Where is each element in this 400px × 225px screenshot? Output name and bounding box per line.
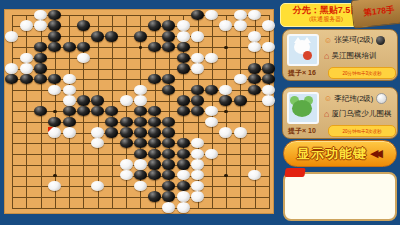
- intersection-14-7[interactable]: [205, 84, 219, 95]
- intersection-7-18[interactable]: [105, 202, 119, 213]
- intersection-11-0[interactable]: [162, 10, 176, 21]
- intersection-0-14[interactable]: [5, 159, 19, 170]
- intersection-18-4[interactable]: [262, 52, 276, 63]
- intersection-16-0[interactable]: [233, 10, 247, 21]
- intersection-1-14[interactable]: [19, 159, 33, 170]
- intersection-2-10[interactable]: [33, 117, 47, 128]
- intersection-2-14[interactable]: [33, 159, 47, 170]
- intersection-17-14[interactable]: [247, 159, 261, 170]
- intersection-16-4[interactable]: [233, 52, 247, 63]
- intersection-2-15[interactable]: [33, 170, 47, 181]
- intersection-11-5[interactable]: [162, 63, 176, 74]
- intersection-17-17[interactable]: [247, 191, 261, 202]
- intersection-13-5[interactable]: [190, 63, 204, 74]
- intersection-13-11[interactable]: [190, 127, 204, 138]
- intersection-18-13[interactable]: [262, 149, 276, 160]
- intersection-5-10[interactable]: [76, 117, 90, 128]
- intersection-9-0[interactable]: [133, 10, 147, 21]
- intersection-6-14[interactable]: [90, 159, 104, 170]
- intersection-18-11[interactable]: [262, 127, 276, 138]
- intersection-11-6[interactable]: [162, 74, 176, 85]
- intersection-11-4[interactable]: [162, 52, 176, 63]
- intersection-1-5[interactable]: [19, 63, 33, 74]
- intersection-5-18[interactable]: [76, 202, 90, 213]
- intersection-14-13[interactable]: [205, 149, 219, 160]
- intersection-10-8[interactable]: [148, 95, 162, 106]
- intersection-17-16[interactable]: [247, 181, 261, 192]
- intersection-8-7[interactable]: [119, 84, 133, 95]
- intersection-0-0[interactable]: [5, 10, 19, 21]
- intersection-6-2[interactable]: [90, 31, 104, 42]
- intersection-8-5[interactable]: [119, 63, 133, 74]
- intersection-12-10[interactable]: [176, 117, 190, 128]
- intersection-1-12[interactable]: [19, 138, 33, 149]
- intersection-9-15[interactable]: [133, 170, 147, 181]
- intersection-9-17[interactable]: [133, 191, 147, 202]
- intersection-5-14[interactable]: [76, 159, 90, 170]
- intersection-14-2[interactable]: [205, 31, 219, 42]
- intersection-1-2[interactable]: [19, 31, 33, 42]
- intersection-3-8[interactable]: [48, 95, 62, 106]
- intersection-10-10[interactable]: [148, 117, 162, 128]
- intersection-5-2[interactable]: [76, 31, 90, 42]
- intersection-3-9[interactable]: [48, 106, 62, 117]
- intersection-8-10[interactable]: [119, 117, 133, 128]
- intersection-11-7[interactable]: [162, 84, 176, 95]
- intersection-7-4[interactable]: [105, 52, 119, 63]
- intersection-0-9[interactable]: [5, 106, 19, 117]
- intersection-4-8[interactable]: [62, 95, 76, 106]
- intersection-17-10[interactable]: [247, 117, 261, 128]
- intersection-14-10[interactable]: [205, 117, 219, 128]
- intersection-16-14[interactable]: [233, 159, 247, 170]
- intersection-1-0[interactable]: [19, 10, 33, 21]
- intersection-17-15[interactable]: [247, 170, 261, 181]
- intersection-17-6[interactable]: [247, 74, 261, 85]
- intersection-6-3[interactable]: [90, 42, 104, 53]
- intersection-13-13[interactable]: [190, 149, 204, 160]
- intersection-10-5[interactable]: [148, 63, 162, 74]
- intersection-7-2[interactable]: [105, 31, 119, 42]
- intersection-18-12[interactable]: [262, 138, 276, 149]
- intersection-4-15[interactable]: [62, 170, 76, 181]
- intersection-2-4[interactable]: [33, 52, 47, 63]
- intersection-3-0[interactable]: [48, 10, 62, 21]
- intersection-11-17[interactable]: [162, 191, 176, 202]
- intersection-12-3[interactable]: [176, 42, 190, 53]
- intersection-17-7[interactable]: [247, 84, 261, 95]
- intersection-3-6[interactable]: [48, 74, 62, 85]
- intersection-9-10[interactable]: [133, 117, 147, 128]
- intersection-4-17[interactable]: [62, 191, 76, 202]
- intersection-15-14[interactable]: [219, 159, 233, 170]
- intersection-18-14[interactable]: [262, 159, 276, 170]
- intersection-8-14[interactable]: [119, 159, 133, 170]
- intersection-12-15[interactable]: [176, 170, 190, 181]
- intersection-18-0[interactable]: [262, 10, 276, 21]
- intersection-0-3[interactable]: [5, 42, 19, 53]
- intersection-4-10[interactable]: [62, 117, 76, 128]
- intersection-11-14[interactable]: [162, 159, 176, 170]
- intersection-3-17[interactable]: [48, 191, 62, 202]
- show-function-keys-button[interactable]: 显示功能键 ◀◀: [283, 140, 397, 167]
- intersection-14-17[interactable]: [205, 191, 219, 202]
- intersection-1-11[interactable]: [19, 127, 33, 138]
- intersection-4-3[interactable]: [62, 42, 76, 53]
- intersection-10-17[interactable]: [148, 191, 162, 202]
- intersection-3-3[interactable]: [48, 42, 62, 53]
- intersection-15-0[interactable]: [219, 10, 233, 21]
- intersection-13-16[interactable]: [190, 181, 204, 192]
- intersection-15-2[interactable]: [219, 31, 233, 42]
- intersection-13-8[interactable]: [190, 95, 204, 106]
- intersection-9-18[interactable]: [133, 202, 147, 213]
- intersection-16-5[interactable]: [233, 63, 247, 74]
- intersection-9-13[interactable]: [133, 149, 147, 160]
- intersection-1-8[interactable]: [19, 95, 33, 106]
- intersection-8-16[interactable]: [119, 181, 133, 192]
- intersection-9-1[interactable]: [133, 20, 147, 31]
- intersection-17-4[interactable]: [247, 52, 261, 63]
- intersection-11-13[interactable]: [162, 149, 176, 160]
- intersection-4-1[interactable]: [62, 20, 76, 31]
- intersection-1-6[interactable]: [19, 74, 33, 85]
- intersection-14-8[interactable]: [205, 95, 219, 106]
- intersection-16-15[interactable]: [233, 170, 247, 181]
- intersection-12-18[interactable]: [176, 202, 190, 213]
- intersection-15-8[interactable]: [219, 95, 233, 106]
- intersection-0-7[interactable]: [5, 84, 19, 95]
- intersection-2-13[interactable]: [33, 149, 47, 160]
- intersection-18-15[interactable]: [262, 170, 276, 181]
- intersection-7-8[interactable]: [105, 95, 119, 106]
- intersection-18-17[interactable]: [262, 191, 276, 202]
- intersection-5-8[interactable]: [76, 95, 90, 106]
- intersection-11-15[interactable]: [162, 170, 176, 181]
- intersection-2-18[interactable]: [33, 202, 47, 213]
- intersection-2-0[interactable]: [33, 10, 47, 21]
- intersection-17-1[interactable]: [247, 20, 261, 31]
- intersection-0-16[interactable]: [5, 181, 19, 192]
- intersection-10-14[interactable]: [148, 159, 162, 170]
- intersection-10-11[interactable]: [148, 127, 162, 138]
- intersection-7-12[interactable]: [105, 138, 119, 149]
- intersection-5-13[interactable]: [76, 149, 90, 160]
- intersection-12-13[interactable]: [176, 149, 190, 160]
- intersection-6-1[interactable]: [90, 20, 104, 31]
- intersection-0-18[interactable]: [5, 202, 19, 213]
- intersection-6-5[interactable]: [90, 63, 104, 74]
- intersection-12-0[interactable]: [176, 10, 190, 21]
- intersection-6-8[interactable]: [90, 95, 104, 106]
- intersection-9-8[interactable]: [133, 95, 147, 106]
- intersection-18-16[interactable]: [262, 181, 276, 192]
- intersection-15-7[interactable]: [219, 84, 233, 95]
- intersection-2-9[interactable]: [33, 106, 47, 117]
- intersection-6-12[interactable]: [90, 138, 104, 149]
- intersection-2-8[interactable]: [33, 95, 47, 106]
- intersection-3-11[interactable]: [48, 127, 62, 138]
- intersection-12-17[interactable]: [176, 191, 190, 202]
- intersection-5-17[interactable]: [76, 191, 90, 202]
- intersection-4-13[interactable]: [62, 149, 76, 160]
- intersection-14-18[interactable]: [205, 202, 219, 213]
- intersection-18-18[interactable]: [262, 202, 276, 213]
- intersection-7-10[interactable]: [105, 117, 119, 128]
- intersection-4-11[interactable]: [62, 127, 76, 138]
- intersection-7-6[interactable]: [105, 74, 119, 85]
- intersection-10-1[interactable]: [148, 20, 162, 31]
- intersection-15-17[interactable]: [219, 191, 233, 202]
- intersection-18-5[interactable]: [262, 63, 276, 74]
- intersection-0-1[interactable]: [5, 20, 19, 31]
- intersection-18-2[interactable]: [262, 31, 276, 42]
- intersection-7-17[interactable]: [105, 191, 119, 202]
- intersection-16-6[interactable]: [233, 74, 247, 85]
- intersection-3-16[interactable]: [48, 181, 62, 192]
- intersection-14-16[interactable]: [205, 181, 219, 192]
- intersection-17-9[interactable]: [247, 106, 261, 117]
- intersection-3-15[interactable]: [48, 170, 62, 181]
- intersection-4-5[interactable]: [62, 63, 76, 74]
- intersection-1-16[interactable]: [19, 181, 33, 192]
- intersection-6-10[interactable]: [90, 117, 104, 128]
- intersection-14-5[interactable]: [205, 63, 219, 74]
- intersection-12-14[interactable]: [176, 159, 190, 170]
- intersection-2-7[interactable]: [33, 84, 47, 95]
- intersection-3-10[interactable]: [48, 117, 62, 128]
- intersection-10-9[interactable]: [148, 106, 162, 117]
- avatar-black-player[interactable]: [287, 34, 319, 66]
- intersection-15-12[interactable]: [219, 138, 233, 149]
- intersection-14-15[interactable]: [205, 170, 219, 181]
- intersection-12-4[interactable]: [176, 52, 190, 63]
- intersection-17-18[interactable]: [247, 202, 261, 213]
- intersection-0-4[interactable]: [5, 52, 19, 63]
- intersection-11-10[interactable]: [162, 117, 176, 128]
- intersection-16-18[interactable]: [233, 202, 247, 213]
- intersection-17-3[interactable]: [247, 42, 261, 53]
- intersection-15-1[interactable]: [219, 20, 233, 31]
- intersection-9-5[interactable]: [133, 63, 147, 74]
- intersection-5-16[interactable]: [76, 181, 90, 192]
- intersection-13-1[interactable]: [190, 20, 204, 31]
- intersection-12-7[interactable]: [176, 84, 190, 95]
- intersection-13-14[interactable]: [190, 159, 204, 170]
- intersection-7-5[interactable]: [105, 63, 119, 74]
- intersection-18-9[interactable]: [262, 106, 276, 117]
- intersection-13-4[interactable]: [190, 52, 204, 63]
- intersection-12-8[interactable]: [176, 95, 190, 106]
- intersection-0-15[interactable]: [5, 170, 19, 181]
- intersection-1-3[interactable]: [19, 42, 33, 53]
- intersection-10-12[interactable]: [148, 138, 162, 149]
- intersection-11-3[interactable]: [162, 42, 176, 53]
- intersection-18-8[interactable]: [262, 95, 276, 106]
- intersection-0-8[interactable]: [5, 95, 19, 106]
- intersection-1-9[interactable]: [19, 106, 33, 117]
- message-panel[interactable]: [283, 172, 397, 221]
- intersection-8-4[interactable]: [119, 52, 133, 63]
- intersection-6-18[interactable]: [90, 202, 104, 213]
- intersection-10-4[interactable]: [148, 52, 162, 63]
- intersection-2-5[interactable]: [33, 63, 47, 74]
- intersection-10-16[interactable]: [148, 181, 162, 192]
- intersection-16-9[interactable]: [233, 106, 247, 117]
- intersection-2-12[interactable]: [33, 138, 47, 149]
- intersection-11-16[interactable]: [162, 181, 176, 192]
- intersection-13-17[interactable]: [190, 191, 204, 202]
- intersection-18-1[interactable]: [262, 20, 276, 31]
- intersection-16-1[interactable]: [233, 20, 247, 31]
- intersection-1-17[interactable]: [19, 191, 33, 202]
- intersection-16-11[interactable]: [233, 127, 247, 138]
- intersection-15-16[interactable]: [219, 181, 233, 192]
- intersection-3-2[interactable]: [48, 31, 62, 42]
- intersection-0-5[interactable]: [5, 63, 19, 74]
- intersection-16-10[interactable]: [233, 117, 247, 128]
- intersection-13-18[interactable]: [190, 202, 204, 213]
- intersection-8-11[interactable]: [119, 127, 133, 138]
- intersection-15-15[interactable]: [219, 170, 233, 181]
- intersection-6-0[interactable]: [90, 10, 104, 21]
- intersection-1-7[interactable]: [19, 84, 33, 95]
- intersection-16-17[interactable]: [233, 191, 247, 202]
- intersection-6-7[interactable]: [90, 84, 104, 95]
- intersection-2-16[interactable]: [33, 181, 47, 192]
- intersection-11-8[interactable]: [162, 95, 176, 106]
- intersection-7-0[interactable]: [105, 10, 119, 21]
- intersection-4-9[interactable]: [62, 106, 76, 117]
- intersection-10-0[interactable]: [148, 10, 162, 21]
- intersection-17-12[interactable]: [247, 138, 261, 149]
- intersection-16-13[interactable]: [233, 149, 247, 160]
- intersection-3-12[interactable]: [48, 138, 62, 149]
- intersection-8-3[interactable]: [119, 42, 133, 53]
- intersection-4-7[interactable]: [62, 84, 76, 95]
- intersection-17-2[interactable]: [247, 31, 261, 42]
- intersection-0-2[interactable]: [5, 31, 19, 42]
- intersection-4-6[interactable]: [62, 74, 76, 85]
- intersection-5-15[interactable]: [76, 170, 90, 181]
- intersection-0-11[interactable]: [5, 127, 19, 138]
- intersection-4-14[interactable]: [62, 159, 76, 170]
- intersection-9-16[interactable]: [133, 181, 147, 192]
- intersection-14-12[interactable]: [205, 138, 219, 149]
- intersection-10-15[interactable]: [148, 170, 162, 181]
- intersection-16-3[interactable]: [233, 42, 247, 53]
- intersection-10-3[interactable]: [148, 42, 162, 53]
- intersection-15-5[interactable]: [219, 63, 233, 74]
- intersection-8-12[interactable]: [119, 138, 133, 149]
- avatar-white-player[interactable]: [287, 92, 319, 124]
- intersection-7-16[interactable]: [105, 181, 119, 192]
- intersection-9-3[interactable]: [133, 42, 147, 53]
- intersection-15-4[interactable]: [219, 52, 233, 63]
- intersection-17-13[interactable]: [247, 149, 261, 160]
- intersection-15-9[interactable]: [219, 106, 233, 117]
- intersection-2-11[interactable]: [33, 127, 47, 138]
- intersection-1-10[interactable]: [19, 117, 33, 128]
- intersection-13-2[interactable]: [190, 31, 204, 42]
- intersection-9-14[interactable]: [133, 159, 147, 170]
- intersection-4-18[interactable]: [62, 202, 76, 213]
- intersection-8-15[interactable]: [119, 170, 133, 181]
- intersection-12-2[interactable]: [176, 31, 190, 42]
- intersection-11-18[interactable]: [162, 202, 176, 213]
- intersection-12-16[interactable]: [176, 181, 190, 192]
- intersection-11-9[interactable]: [162, 106, 176, 117]
- intersection-7-7[interactable]: [105, 84, 119, 95]
- intersection-9-9[interactable]: [133, 106, 147, 117]
- intersection-9-4[interactable]: [133, 52, 147, 63]
- intersection-0-10[interactable]: [5, 117, 19, 128]
- intersection-5-7[interactable]: [76, 84, 90, 95]
- intersection-5-1[interactable]: [76, 20, 90, 31]
- intersection-17-0[interactable]: [247, 10, 261, 21]
- intersection-5-0[interactable]: [76, 10, 90, 21]
- intersection-4-16[interactable]: [62, 181, 76, 192]
- intersection-13-12[interactable]: [190, 138, 204, 149]
- intersection-1-18[interactable]: [19, 202, 33, 213]
- intersection-9-11[interactable]: [133, 127, 147, 138]
- intersection-16-7[interactable]: [233, 84, 247, 95]
- intersection-4-12[interactable]: [62, 138, 76, 149]
- intersection-8-18[interactable]: [119, 202, 133, 213]
- intersection-11-12[interactable]: [162, 138, 176, 149]
- intersection-14-0[interactable]: [205, 10, 219, 21]
- intersection-3-13[interactable]: [48, 149, 62, 160]
- intersection-3-7[interactable]: [48, 84, 62, 95]
- intersection-15-13[interactable]: [219, 149, 233, 160]
- intersection-5-5[interactable]: [76, 63, 90, 74]
- intersection-15-11[interactable]: [219, 127, 233, 138]
- intersection-18-7[interactable]: [262, 84, 276, 95]
- intersection-8-9[interactable]: [119, 106, 133, 117]
- intersection-6-6[interactable]: [90, 74, 104, 85]
- intersection-8-1[interactable]: [119, 20, 133, 31]
- intersection-3-1[interactable]: [48, 20, 62, 31]
- intersection-2-17[interactable]: [33, 191, 47, 202]
- intersection-17-8[interactable]: [247, 95, 261, 106]
- intersection-7-9[interactable]: [105, 106, 119, 117]
- intersection-10-18[interactable]: [148, 202, 162, 213]
- intersection-5-4[interactable]: [76, 52, 90, 63]
- intersection-7-13[interactable]: [105, 149, 119, 160]
- intersection-8-13[interactable]: [119, 149, 133, 160]
- intersection-6-4[interactable]: [90, 52, 104, 63]
- intersection-14-14[interactable]: [205, 159, 219, 170]
- intersection-7-15[interactable]: [105, 170, 119, 181]
- intersection-5-9[interactable]: [76, 106, 90, 117]
- intersection-10-6[interactable]: [148, 74, 162, 85]
- intersection-1-13[interactable]: [19, 149, 33, 160]
- intersection-15-6[interactable]: [219, 74, 233, 85]
- intersection-13-7[interactable]: [190, 84, 204, 95]
- intersection-16-2[interactable]: [233, 31, 247, 42]
- intersection-12-12[interactable]: [176, 138, 190, 149]
- intersection-0-17[interactable]: [5, 191, 19, 202]
- intersection-14-11[interactable]: [205, 127, 219, 138]
- intersection-7-3[interactable]: [105, 42, 119, 53]
- intersection-9-12[interactable]: [133, 138, 147, 149]
- intersection-0-13[interactable]: [5, 149, 19, 160]
- intersection-2-2[interactable]: [33, 31, 47, 42]
- intersection-10-2[interactable]: [148, 31, 162, 42]
- intersection-18-3[interactable]: [262, 42, 276, 53]
- intersection-1-1[interactable]: [19, 20, 33, 31]
- intersection-13-6[interactable]: [190, 74, 204, 85]
